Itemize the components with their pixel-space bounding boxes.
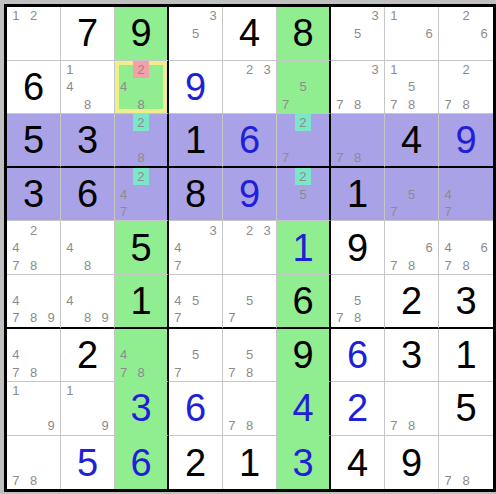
candidate-1: 1 (66, 63, 73, 76)
candidate-slot-1 (385, 168, 403, 186)
given-digit: 8 (277, 7, 329, 60)
candidate-slot-9 (258, 364, 276, 382)
cell-r1c8[interactable]: 16 (385, 7, 439, 61)
candidate-slot-2 (403, 221, 421, 239)
cell-r7c5[interactable]: 578 (223, 329, 277, 383)
solved-digit: 4 (277, 382, 329, 435)
candidate-2: 2 (462, 63, 469, 76)
candidate-slot-7: 7 (115, 203, 132, 221)
candidate-slot-3 (204, 329, 222, 347)
candidate-slot-8 (187, 309, 205, 326)
cell-r6c3[interactable]: 1 (115, 275, 169, 329)
candidate-slot-7: 7 (223, 417, 241, 435)
given-digit: 4 (331, 436, 384, 490)
candidate-slot-9 (258, 309, 276, 326)
candidate-slot-2 (349, 7, 367, 25)
cell-r5c3[interactable]: 5 (115, 221, 169, 275)
candidate-4: 4 (174, 241, 181, 254)
candidate-slot-5: 5 (294, 185, 311, 203)
candidate-1: 1 (12, 9, 19, 22)
candidate-slot-8 (349, 42, 367, 60)
candidate-slot-9 (420, 417, 438, 435)
candidate-slot-9 (475, 256, 493, 274)
cell-r6c8[interactable]: 2 (385, 275, 439, 329)
candidate-4: 4 (12, 241, 19, 254)
candidate-7: 7 (336, 98, 343, 111)
given-digit: 1 (223, 436, 276, 490)
candidate-grid: 78 (439, 436, 493, 490)
candidate-slot-8: 8 (132, 364, 149, 382)
candidate-slot-7: 7 (439, 96, 457, 114)
candidate-8: 8 (84, 98, 91, 111)
cell-r9c3[interactable]: 6 (115, 436, 169, 490)
cell-r2c4[interactable]: 9 (169, 61, 223, 115)
cell-r6c4[interactable]: 457 (169, 275, 223, 329)
candidate-slot-3 (312, 114, 329, 131)
candidate-slot-5 (241, 400, 259, 418)
candidate-slot-9 (150, 96, 167, 114)
candidate-slot-8: 8 (457, 471, 475, 489)
candidate-slot-5 (25, 239, 43, 257)
candidate-slot-4 (439, 25, 457, 43)
candidate-slot-5 (132, 346, 149, 364)
cell-r6c1[interactable]: 4789 (7, 275, 61, 329)
cell-r4c7[interactable]: 1 (331, 168, 385, 222)
candidate-slot-6: 6 (420, 239, 438, 257)
candidate-7: 7 (174, 311, 181, 324)
candidate-slot-4 (7, 400, 25, 418)
candidate-slot-6: 6 (420, 25, 438, 43)
cell-r4c2[interactable]: 6 (61, 168, 115, 222)
candidate-slot-5: 5 (241, 292, 259, 309)
cell-r1c2[interactable]: 7 (61, 7, 115, 61)
candidate-slot-6 (366, 131, 384, 148)
cell-r2c8[interactable]: 1578 (385, 61, 439, 115)
candidate-grid: 489 (61, 275, 114, 327)
candidate-slot-6 (312, 185, 329, 203)
cell-r4c9[interactable]: 47 (439, 168, 493, 222)
cell-r6c2[interactable]: 489 (61, 275, 115, 329)
candidate-slot-4 (223, 292, 241, 309)
candidate-grid: 23 (223, 61, 276, 114)
candidate-slot-5 (25, 25, 43, 43)
candidate-5: 5 (299, 188, 306, 201)
candidate-slot-7 (169, 42, 187, 60)
candidate-slot-7: 7 (7, 471, 25, 489)
cell-r3c1[interactable]: 5 (7, 114, 61, 168)
candidate-slot-8: 8 (25, 256, 43, 274)
candidate-slot-3 (312, 61, 329, 79)
cell-r3c9[interactable]: 9 (439, 114, 493, 168)
cell-r3c2[interactable]: 3 (61, 114, 115, 168)
given-digit: 1 (439, 329, 493, 382)
candidate-slot-1: 1 (61, 382, 79, 400)
candidate-grid: 25 (277, 168, 329, 221)
cell-r8c1[interactable]: 19 (7, 382, 61, 436)
candidate-slot-7: 7 (277, 96, 294, 114)
candidate-grid: 47 (439, 168, 493, 221)
candidate-slot-5 (132, 185, 149, 203)
candidate-7: 7 (174, 259, 181, 272)
cell-r9c7[interactable]: 4 (331, 436, 385, 490)
candidate-slot-5: 5 (403, 185, 421, 203)
candidate-slot-2: 2 (132, 114, 149, 131)
candidate-grid: 378 (331, 61, 384, 114)
candidate-slot-4: 4 (439, 239, 457, 257)
cell-r4c6[interactable]: 25 (277, 168, 331, 222)
candidate-5: 5 (299, 80, 306, 93)
given-digit: 7 (61, 7, 114, 60)
cell-r9c6[interactable]: 3 (277, 436, 331, 490)
candidate-slot-1 (115, 61, 132, 79)
cell-r2c5[interactable]: 23 (223, 61, 277, 115)
candidate-slot-9 (204, 256, 222, 274)
candidate-7: 7 (444, 474, 451, 487)
candidate-slot-6 (258, 292, 276, 309)
candidate-grid: 19 (61, 382, 114, 435)
candidate-slot-6 (258, 239, 276, 257)
cell-r3c8[interactable]: 4 (385, 114, 439, 168)
cell-r9c8[interactable]: 9 (385, 436, 439, 490)
cell-r3c6[interactable]: 27 (277, 114, 331, 168)
solved-digit: 1 (277, 221, 329, 274)
cell-r9c1[interactable]: 78 (7, 436, 61, 490)
candidate-slot-9 (366, 96, 384, 114)
cell-r8c5[interactable]: 78 (223, 382, 277, 436)
cell-r1c7[interactable]: 35 (331, 7, 385, 61)
candidate-grid: 2478 (7, 221, 60, 274)
cell-r7c4[interactable]: 57 (169, 329, 223, 383)
cell-r1c3[interactable]: 9 (115, 7, 169, 61)
candidate-grid: 78 (331, 114, 384, 166)
candidate-grid: 35 (169, 7, 222, 60)
candidate-slot-8: 8 (79, 309, 97, 326)
candidate-slot-2 (403, 7, 421, 25)
candidate-slot-7: 7 (331, 96, 349, 114)
cell-r9c5[interactable]: 1 (223, 436, 277, 490)
cell-r5c5[interactable]: 23 (223, 221, 277, 275)
candidate-slot-5 (25, 292, 43, 309)
cell-r2c7[interactable]: 378 (331, 61, 385, 115)
candidate-slot-4: 4 (115, 78, 132, 96)
candidate-slot-8: 8 (241, 364, 259, 382)
cell-r4c5[interactable]: 9 (223, 168, 277, 222)
given-digit: 9 (385, 436, 438, 490)
candidate-slot-1 (385, 382, 403, 400)
candidate-slot-1 (385, 221, 403, 239)
cell-r1c1[interactable]: 12 (7, 7, 61, 61)
candidate-slot-9 (420, 42, 438, 60)
candidate-slot-4: 4 (7, 346, 25, 364)
cell-r8c3[interactable]: 3 (115, 382, 169, 436)
candidate-7: 7 (336, 151, 343, 164)
candidate-3: 3 (210, 224, 217, 237)
cell-r7c2[interactable]: 2 (61, 329, 115, 383)
candidate-slot-5 (25, 454, 43, 472)
candidate-grid: 578 (331, 275, 384, 327)
candidate-slot-4 (277, 131, 294, 148)
cell-r3c3[interactable]: 28 (115, 114, 169, 168)
cell-r5c8[interactable]: 678 (385, 221, 439, 275)
candidate-slot-9 (258, 417, 276, 435)
candidate-2: 2 (133, 61, 149, 78)
candidate-grid: 457 (169, 275, 222, 327)
candidate-slot-3 (366, 114, 384, 131)
candidate-slot-8 (403, 42, 421, 60)
candidate-slot-4 (385, 400, 403, 418)
cell-r2c1[interactable]: 6 (7, 61, 61, 115)
candidate-slot-1: 1 (61, 61, 79, 79)
candidate-slot-6 (312, 131, 329, 148)
candidate-slot-4 (277, 78, 294, 96)
candidate-slot-5 (79, 78, 97, 96)
candidate-slot-3 (150, 61, 167, 79)
candidate-slot-9 (42, 471, 60, 489)
cell-r7c6[interactable]: 9 (277, 329, 331, 383)
candidate-4: 4 (444, 188, 451, 201)
candidate-slot-2 (187, 7, 205, 25)
candidate-7: 7 (390, 98, 397, 111)
candidate-2: 2 (295, 168, 311, 185)
candidate-7: 7 (390, 205, 397, 218)
candidate-slot-2 (79, 382, 97, 400)
candidate-slot-3 (96, 382, 114, 400)
candidate-slot-3 (204, 275, 222, 292)
candidate-slot-7 (61, 417, 79, 435)
candidate-slot-8: 8 (403, 256, 421, 274)
cell-r3c5[interactable]: 6 (223, 114, 277, 168)
cell-r5c9[interactable]: 4678 (439, 221, 493, 275)
given-digit: 5 (7, 114, 60, 166)
candidate-2: 2 (133, 114, 149, 131)
candidate-slot-6 (42, 454, 60, 472)
cell-r4c3[interactable]: 247 (115, 168, 169, 222)
candidate-slot-9 (312, 96, 329, 114)
candidate-slot-5 (187, 239, 205, 257)
candidate-5: 5 (192, 294, 199, 307)
candidate-slot-2: 2 (132, 168, 149, 186)
candidate-8: 8 (30, 311, 37, 324)
candidate-slot-4 (385, 185, 403, 203)
candidate-7: 7 (228, 366, 235, 379)
cell-r2c9[interactable]: 278 (439, 61, 493, 115)
candidate-3: 3 (264, 224, 271, 237)
cell-r9c9[interactable]: 78 (439, 436, 493, 490)
cell-r8c2[interactable]: 19 (61, 382, 115, 436)
candidate-slot-6: 6 (475, 25, 493, 43)
candidate-slot-3 (42, 221, 60, 239)
cell-r5c6[interactable]: 1 (277, 221, 331, 275)
candidate-slot-5 (79, 292, 97, 309)
cell-r6c6[interactable]: 6 (277, 275, 331, 329)
cell-r3c7[interactable]: 78 (331, 114, 385, 168)
candidate-2: 2 (295, 114, 311, 131)
cell-r7c8[interactable]: 3 (385, 329, 439, 383)
candidate-slot-4 (439, 78, 457, 96)
cell-r5c1[interactable]: 2478 (7, 221, 61, 275)
candidate-slot-2 (403, 382, 421, 400)
candidate-slot-4 (385, 239, 403, 257)
cell-r9c4[interactable]: 2 (169, 436, 223, 490)
cell-r9c2[interactable]: 5 (61, 436, 115, 490)
candidate-slot-3 (475, 61, 493, 79)
candidate-7: 7 (120, 205, 127, 218)
candidate-5: 5 (246, 294, 253, 307)
candidate-slot-2 (25, 436, 43, 454)
candidate-slot-9 (204, 309, 222, 326)
solved-digit: 6 (331, 329, 384, 382)
candidate-grid: 478 (115, 329, 167, 382)
cell-r4c1[interactable]: 3 (7, 168, 61, 222)
candidate-6: 6 (480, 27, 487, 40)
candidate-slot-3: 3 (204, 7, 222, 25)
given-digit: 2 (169, 436, 222, 490)
candidate-slot-5 (457, 185, 475, 203)
cell-r8c7[interactable]: 2 (331, 382, 385, 436)
candidate-slot-4 (223, 400, 241, 418)
candidate-slot-9 (475, 96, 493, 114)
solved-digit: 2 (331, 382, 384, 435)
candidate-slot-3: 3 (366, 61, 384, 79)
cell-r6c9[interactable]: 3 (439, 275, 493, 329)
cell-r7c7[interactable]: 6 (331, 329, 385, 383)
candidate-grid: 4678 (439, 221, 493, 274)
candidate-slot-1 (115, 329, 132, 347)
candidate-slot-5: 5 (294, 78, 311, 96)
candidate-slot-5 (25, 346, 43, 364)
candidate-3: 3 (210, 9, 217, 22)
candidate-slot-4 (7, 454, 25, 472)
candidate-slot-7: 7 (439, 256, 457, 274)
candidate-1: 1 (66, 384, 73, 397)
candidate-9: 9 (102, 419, 109, 432)
given-digit: 9 (331, 221, 384, 274)
cell-r6c7[interactable]: 578 (331, 275, 385, 329)
candidate-slot-8: 8 (403, 96, 421, 114)
candidate-grid: 26 (439, 7, 493, 60)
cell-r7c9[interactable]: 1 (439, 329, 493, 383)
candidate-slot-7 (223, 96, 241, 114)
candidate-6: 6 (480, 241, 487, 254)
cell-r5c2[interactable]: 48 (61, 221, 115, 275)
candidate-grid: 16 (385, 7, 438, 60)
candidate-slot-9 (42, 256, 60, 274)
cell-r5c7[interactable]: 9 (331, 221, 385, 275)
candidate-grid: 57 (169, 329, 222, 382)
candidate-slot-4: 4 (61, 78, 79, 96)
candidate-slot-3 (42, 275, 60, 292)
candidate-grid: 19 (7, 382, 60, 435)
candidate-slot-8 (241, 309, 259, 326)
cell-r5c4[interactable]: 347 (169, 221, 223, 275)
candidate-slot-5 (457, 78, 475, 96)
solved-digit: 9 (439, 114, 493, 166)
candidate-slot-9: 9 (96, 309, 114, 326)
cell-r1c5[interactable]: 4 (223, 7, 277, 61)
candidate-slot-3 (475, 168, 493, 186)
cell-r8c6[interactable]: 4 (277, 382, 331, 436)
candidate-slot-2 (294, 61, 311, 79)
candidate-5: 5 (192, 348, 199, 361)
given-digit: 8 (169, 168, 222, 221)
candidate-slot-8: 8 (349, 309, 367, 326)
candidate-slot-3 (42, 382, 60, 400)
cell-r8c4[interactable]: 6 (169, 382, 223, 436)
cell-r1c4[interactable]: 35 (169, 7, 223, 61)
given-digit: 9 (115, 7, 167, 60)
candidate-slot-1 (169, 329, 187, 347)
candidate-slot-3 (420, 382, 438, 400)
candidate-slot-1 (439, 168, 457, 186)
cell-r1c9[interactable]: 26 (439, 7, 493, 61)
candidate-slot-2 (457, 436, 475, 454)
candidate-slot-1 (223, 329, 241, 347)
candidate-slot-2 (187, 329, 205, 347)
candidate-slot-5 (132, 78, 149, 96)
candidate-slot-9 (96, 256, 114, 274)
given-digit: 3 (7, 168, 60, 221)
candidate-slot-2 (349, 61, 367, 79)
candidate-8: 8 (137, 151, 144, 164)
candidate-slot-2: 2 (25, 221, 43, 239)
candidate-slot-2 (457, 221, 475, 239)
candidate-slot-3 (475, 221, 493, 239)
candidate-slot-2: 2 (132, 61, 149, 79)
cell-r2c3[interactable]: 248 (115, 61, 169, 115)
candidate-slot-9: 9 (96, 417, 114, 435)
cell-r3c4[interactable]: 1 (169, 114, 223, 168)
candidate-slot-6 (204, 292, 222, 309)
candidate-slot-9 (312, 203, 329, 221)
cell-r2c6[interactable]: 57 (277, 61, 331, 115)
candidate-slot-9 (150, 203, 167, 221)
candidate-slot-6 (204, 239, 222, 257)
given-digit: 5 (439, 382, 493, 435)
candidate-slot-7: 7 (7, 364, 25, 382)
candidate-2: 2 (30, 224, 37, 237)
candidate-4: 4 (66, 80, 73, 93)
candidate-slot-1 (223, 221, 241, 239)
candidate-7: 7 (444, 205, 451, 218)
cell-r4c4[interactable]: 8 (169, 168, 223, 222)
cell-r8c9[interactable]: 5 (439, 382, 493, 436)
candidate-slot-5 (25, 400, 43, 418)
candidate-slot-7: 7 (223, 364, 241, 382)
cell-r6c5[interactable]: 57 (223, 275, 277, 329)
candidate-grid: 78 (385, 382, 438, 435)
candidate-slot-2 (457, 168, 475, 186)
candidate-slot-5 (457, 25, 475, 43)
candidate-slot-8 (187, 364, 205, 382)
candidate-slot-1 (277, 168, 294, 186)
candidate-slot-4 (223, 239, 241, 257)
candidate-slot-5 (349, 78, 367, 96)
candidate-slot-8: 8 (403, 417, 421, 435)
cell-r7c1[interactable]: 478 (7, 329, 61, 383)
given-digit: 3 (61, 114, 114, 166)
candidate-slot-4 (439, 454, 457, 472)
cell-r7c3[interactable]: 478 (115, 329, 169, 383)
candidate-slot-3 (366, 275, 384, 292)
cell-r2c2[interactable]: 148 (61, 61, 115, 115)
cell-r4c8[interactable]: 57 (385, 168, 439, 222)
candidate-slot-1 (61, 221, 79, 239)
candidate-slot-4 (331, 292, 349, 309)
candidate-slot-1 (331, 61, 349, 79)
candidate-slot-8 (25, 417, 43, 435)
cell-r8c8[interactable]: 78 (385, 382, 439, 436)
cell-r1c6[interactable]: 8 (277, 7, 331, 61)
